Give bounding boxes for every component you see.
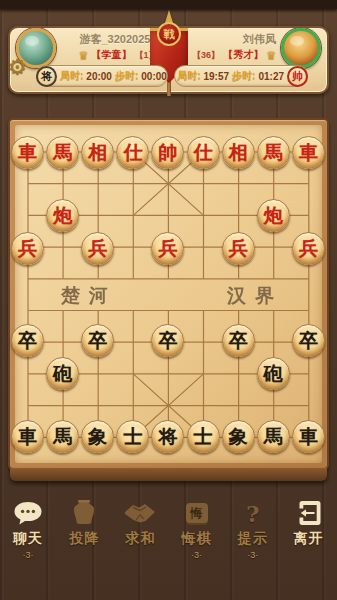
board-point: 将: [150, 420, 185, 453]
exit-door-icon: [296, 497, 322, 529]
leave-button[interactable]: 离开: [283, 497, 335, 548]
board-point: [186, 265, 221, 295]
piece-red-相[interactable]: 相: [81, 136, 114, 169]
piece-black-将[interactable]: 将: [151, 420, 184, 453]
board-point: [115, 169, 150, 199]
board-point: [150, 199, 185, 232]
right-player-name: 刘伟凤: [186, 32, 276, 47]
board-point: 象: [221, 420, 256, 453]
piece-red-兵[interactable]: 兵: [81, 232, 114, 265]
board-point: [186, 324, 221, 357]
board-point: [221, 295, 256, 325]
left-player-timer: 将 局时: 20:00 步时: 00:00: [36, 65, 168, 87]
board-point: [80, 295, 115, 325]
crown-icon: ♛: [266, 49, 276, 62]
piece-black-卒[interactable]: 卒: [151, 324, 184, 357]
board-point: [10, 390, 45, 420]
board-point: 兵: [291, 232, 326, 265]
board-point: [256, 390, 291, 420]
board-point: 兵: [221, 232, 256, 265]
board-point: [45, 324, 80, 357]
step-time-label: 步时:: [115, 69, 138, 83]
board-point: [221, 169, 256, 199]
piece-red-馬[interactable]: 馬: [46, 136, 79, 169]
undo-move-button[interactable]: 悔 悔棋 ·3·: [171, 497, 223, 560]
board-point: 車: [291, 420, 326, 453]
hint-button[interactable]: ? 提示 ·3·: [227, 497, 279, 560]
crown-icon: ♛: [79, 49, 89, 62]
board-point: 車: [291, 136, 326, 169]
hint-label: 提示: [238, 530, 268, 548]
game-time-label: 局时:: [177, 69, 200, 83]
board-grid: 車馬相仕帥仕相馬車炮炮兵兵兵兵兵卒卒卒卒卒砲砲車馬象士将士象馬車: [10, 136, 326, 453]
chat-bubble-icon: [13, 497, 43, 529]
undo-tile-char: 悔: [191, 505, 203, 522]
board-point: [80, 357, 115, 390]
board-point: [80, 169, 115, 199]
board-point: [10, 295, 45, 325]
gear-icon[interactable]: ⚙: [8, 56, 27, 77]
board-point: 卒: [80, 324, 115, 357]
surrender-label: 投降: [69, 530, 99, 548]
undo-badge: ·3·: [191, 550, 202, 560]
surrender-button[interactable]: 投降: [58, 497, 110, 548]
undo-label: 悔棋: [182, 530, 212, 548]
board-point: 卒: [10, 324, 45, 357]
board-point: 砲: [256, 357, 291, 390]
board-point: [221, 265, 256, 295]
board-point: [115, 265, 150, 295]
banner-battle-char: 戦: [157, 22, 181, 46]
board-point: [291, 357, 326, 390]
xiangqi-app-screen: 游客_32020259 刘伟凤 ♛ 【学童】 【1】 【36】 【秀才】 ♛ 戦…: [0, 0, 337, 600]
piece-red-馬[interactable]: 馬: [257, 136, 290, 169]
handshake-icon: [124, 497, 156, 529]
board-point: [10, 199, 45, 232]
board-point: [115, 199, 150, 232]
step-time-label: 步时:: [232, 69, 255, 83]
piece-red-兵[interactable]: 兵: [292, 232, 325, 265]
board-point: [10, 357, 45, 390]
board-point: [45, 232, 80, 265]
board-point: [221, 357, 256, 390]
piece-red-車[interactable]: 車: [11, 136, 44, 169]
board-point: [45, 169, 80, 199]
bottom-toolbar: 聊天 ·3· 投降 求和 悔: [0, 497, 337, 560]
left-player-title: 【学童】: [91, 48, 131, 62]
jar-icon: [71, 497, 97, 529]
chat-label: 聊天: [13, 530, 43, 548]
board-point: 象: [80, 420, 115, 453]
board-point: [115, 390, 150, 420]
board-point: 馬: [45, 420, 80, 453]
board-point: [256, 169, 291, 199]
board-point: [291, 265, 326, 295]
right-player-level: 【36】: [192, 49, 220, 62]
piece-red-相[interactable]: 相: [222, 136, 255, 169]
board-point: [291, 169, 326, 199]
board-point: [221, 199, 256, 232]
board-point: 仕: [186, 136, 221, 169]
board-point: [221, 390, 256, 420]
board-point: [80, 199, 115, 232]
board-point: [115, 324, 150, 357]
board-point: 炮: [45, 199, 80, 232]
board-point: [80, 265, 115, 295]
piece-red-仕[interactable]: 仕: [116, 136, 149, 169]
board-point: 砲: [45, 357, 80, 390]
leave-label: 离开: [294, 530, 324, 548]
board-point: 炮: [256, 199, 291, 232]
board-point: [115, 357, 150, 390]
board-point: 馬: [256, 136, 291, 169]
board-frame-lip: [10, 468, 327, 481]
draw-label: 求和: [125, 530, 155, 548]
draw-button[interactable]: 求和: [114, 497, 166, 548]
board-point: 卒: [221, 324, 256, 357]
chat-badge: ·3·: [23, 550, 34, 560]
board-point: 卒: [291, 324, 326, 357]
piece-black-砲[interactable]: 砲: [46, 357, 79, 390]
board-point: 相: [221, 136, 256, 169]
piece-red-車[interactable]: 車: [292, 136, 325, 169]
board-point: [256, 324, 291, 357]
board-point: [186, 169, 221, 199]
piece-black-馬[interactable]: 馬: [257, 420, 290, 453]
piece-red-仕[interactable]: 仕: [187, 136, 220, 169]
piece-red-兵[interactable]: 兵: [222, 232, 255, 265]
board-point: [256, 265, 291, 295]
board-point: [256, 232, 291, 265]
board-point: [150, 295, 185, 325]
left-step-time: 00:00: [141, 71, 167, 82]
avatar-glint: [290, 36, 304, 46]
board-point: [115, 232, 150, 265]
board-point: [150, 357, 185, 390]
board-point: [186, 232, 221, 265]
piece-black-士[interactable]: 士: [116, 420, 149, 453]
piece-black-卒[interactable]: 卒: [11, 324, 44, 357]
piece-black-卒[interactable]: 卒: [292, 324, 325, 357]
piece-black-象[interactable]: 象: [222, 420, 255, 453]
board-point: 卒: [150, 324, 185, 357]
board-point: [45, 295, 80, 325]
game-time-label: 局时:: [60, 69, 83, 83]
piece-red-兵[interactable]: 兵: [151, 232, 184, 265]
board-point: 士: [186, 420, 221, 453]
board-point: [291, 199, 326, 232]
right-player-avatar[interactable]: [281, 28, 321, 68]
piece-black-馬[interactable]: 馬: [46, 420, 79, 453]
piece-red-兵[interactable]: 兵: [11, 232, 44, 265]
piece-black-象[interactable]: 象: [81, 420, 114, 453]
piece-red-炮[interactable]: 炮: [46, 199, 79, 232]
board-point: 馬: [256, 420, 291, 453]
board-point: 相: [80, 136, 115, 169]
piece-black-卒[interactable]: 卒: [222, 324, 255, 357]
board-point: [150, 390, 185, 420]
piece-black-卒[interactable]: 卒: [81, 324, 114, 357]
board-point: [45, 265, 80, 295]
question-icon: ?: [246, 497, 259, 529]
piece-black-士[interactable]: 士: [187, 420, 220, 453]
board-point: [150, 265, 185, 295]
right-player-title: 【秀才】: [223, 48, 263, 62]
chat-button[interactable]: 聊天 ·3·: [2, 497, 54, 560]
board-point: [186, 199, 221, 232]
board-point: [10, 265, 45, 295]
board-point: [256, 295, 291, 325]
piece-black-車[interactable]: 車: [292, 420, 325, 453]
board-point: [186, 357, 221, 390]
board-point: [45, 390, 80, 420]
left-game-time: 20:00: [86, 71, 112, 82]
board-point: 帥: [150, 136, 185, 169]
board-point: [150, 169, 185, 199]
board-point: 兵: [150, 232, 185, 265]
red-general-disc-icon: 帅: [287, 66, 308, 87]
board-point: 仕: [115, 136, 150, 169]
black-general-disc-icon: 将: [36, 66, 57, 87]
board-point: [186, 390, 221, 420]
piece-red-帥[interactable]: 帥: [151, 136, 184, 169]
board-point: 兵: [80, 232, 115, 265]
board-point: 士: [115, 420, 150, 453]
piece-red-炮[interactable]: 炮: [257, 199, 290, 232]
undo-tile-icon: 悔: [186, 497, 208, 529]
piece-black-砲[interactable]: 砲: [257, 357, 290, 390]
avatar-glint: [25, 36, 39, 46]
board-point: 車: [10, 136, 45, 169]
right-step-time: 01:27: [258, 71, 284, 82]
board-point: 車: [10, 420, 45, 453]
board-point: 兵: [10, 232, 45, 265]
right-game-time: 19:57: [204, 71, 230, 82]
board-point: [186, 295, 221, 325]
top-dark-strip: [0, 0, 337, 9]
board-point: [291, 295, 326, 325]
piece-black-車[interactable]: 車: [11, 420, 44, 453]
hint-badge: ·3·: [247, 550, 258, 560]
board-point: 馬: [45, 136, 80, 169]
board-point: [115, 295, 150, 325]
board-point: [291, 390, 326, 420]
board-point: [80, 390, 115, 420]
board-point: [10, 169, 45, 199]
right-player-timer: 局时: 19:57 步时: 01:27 帅: [174, 65, 308, 87]
question-glyph: ?: [246, 502, 259, 525]
